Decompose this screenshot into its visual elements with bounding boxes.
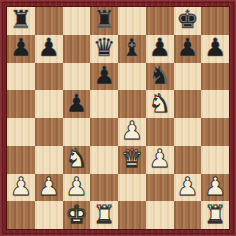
square-d3[interactable]: [90, 146, 118, 174]
square-d1[interactable]: ♜: [90, 201, 118, 229]
piece-black-pawn[interactable]: ♟: [148, 35, 170, 61]
piece-black-king[interactable]: ♚: [176, 7, 198, 33]
square-h2[interactable]: ♟: [201, 174, 229, 202]
piece-white-pawn[interactable]: ♟: [121, 118, 143, 144]
square-b8[interactable]: [35, 7, 63, 35]
square-c5[interactable]: ♟: [63, 90, 91, 118]
piece-black-pawn[interactable]: ♟: [37, 35, 59, 61]
square-d4[interactable]: [90, 118, 118, 146]
piece-black-pawn[interactable]: ♟: [10, 35, 32, 61]
square-e5[interactable]: [118, 90, 146, 118]
square-d2[interactable]: [90, 174, 118, 202]
piece-white-rook[interactable]: ♜: [204, 201, 226, 227]
square-a8[interactable]: ♜: [7, 7, 35, 35]
piece-black-knight[interactable]: ♞: [148, 63, 170, 89]
square-h5[interactable]: [201, 90, 229, 118]
chess-board: ♜♜♚♟♟♛♝♟♟♟♟♞♟♞♟♞♛♟♟♟♟♟♟♚♜♜: [7, 7, 229, 229]
square-e7[interactable]: ♝: [118, 35, 146, 63]
piece-white-pawn[interactable]: ♟: [37, 174, 59, 200]
board-frame: ♜♜♚♟♟♛♝♟♟♟♟♞♟♞♟♞♛♟♟♟♟♟♟♚♜♜: [0, 0, 236, 236]
square-g8[interactable]: ♚: [174, 7, 202, 35]
square-c1[interactable]: ♚: [63, 201, 91, 229]
piece-black-queen[interactable]: ♛: [93, 35, 115, 61]
square-b2[interactable]: ♟: [35, 174, 63, 202]
piece-black-bishop[interactable]: ♝: [121, 35, 143, 61]
square-e3[interactable]: ♛: [118, 146, 146, 174]
square-a3[interactable]: [7, 146, 35, 174]
square-c6[interactable]: [63, 63, 91, 91]
piece-black-pawn[interactable]: ♟: [65, 90, 87, 116]
square-a2[interactable]: ♟: [7, 174, 35, 202]
square-h1[interactable]: ♜: [201, 201, 229, 229]
piece-white-queen[interactable]: ♛: [121, 146, 143, 172]
piece-black-rook[interactable]: ♜: [93, 7, 115, 33]
square-e4[interactable]: ♟: [118, 118, 146, 146]
square-g6[interactable]: [174, 63, 202, 91]
square-g5[interactable]: [174, 90, 202, 118]
piece-white-pawn[interactable]: ♟: [65, 174, 87, 200]
piece-white-knight[interactable]: ♞: [65, 146, 87, 172]
piece-white-knight[interactable]: ♞: [148, 90, 170, 116]
square-b7[interactable]: ♟: [35, 35, 63, 63]
square-g1[interactable]: [174, 201, 202, 229]
square-a5[interactable]: [7, 90, 35, 118]
square-f3[interactable]: ♟: [146, 146, 174, 174]
piece-white-rook[interactable]: ♜: [93, 201, 115, 227]
square-f2[interactable]: [146, 174, 174, 202]
square-g4[interactable]: [174, 118, 202, 146]
square-g7[interactable]: ♟: [174, 35, 202, 63]
piece-black-pawn[interactable]: ♟: [204, 35, 226, 61]
square-h3[interactable]: [201, 146, 229, 174]
piece-black-pawn[interactable]: ♟: [176, 35, 198, 61]
piece-black-pawn[interactable]: ♟: [93, 63, 115, 89]
piece-white-pawn[interactable]: ♟: [10, 174, 32, 200]
square-e6[interactable]: [118, 63, 146, 91]
piece-black-rook[interactable]: ♜: [10, 7, 32, 33]
square-c8[interactable]: [63, 7, 91, 35]
square-f1[interactable]: [146, 201, 174, 229]
square-c3[interactable]: ♞: [63, 146, 91, 174]
square-d7[interactable]: ♛: [90, 35, 118, 63]
piece-white-pawn[interactable]: ♟: [148, 146, 170, 172]
square-e1[interactable]: [118, 201, 146, 229]
piece-white-king[interactable]: ♚: [65, 201, 87, 227]
square-c4[interactable]: [63, 118, 91, 146]
square-b6[interactable]: [35, 63, 63, 91]
square-d8[interactable]: ♜: [90, 7, 118, 35]
square-h8[interactable]: [201, 7, 229, 35]
piece-white-pawn[interactable]: ♟: [204, 174, 226, 200]
square-a1[interactable]: [7, 201, 35, 229]
square-b1[interactable]: [35, 201, 63, 229]
piece-white-pawn[interactable]: ♟: [176, 174, 198, 200]
square-f4[interactable]: [146, 118, 174, 146]
square-e2[interactable]: [118, 174, 146, 202]
square-h6[interactable]: [201, 63, 229, 91]
square-c7[interactable]: [63, 35, 91, 63]
square-h7[interactable]: ♟: [201, 35, 229, 63]
square-b4[interactable]: [35, 118, 63, 146]
square-b5[interactable]: [35, 90, 63, 118]
square-f8[interactable]: [146, 7, 174, 35]
square-f5[interactable]: ♞: [146, 90, 174, 118]
square-f7[interactable]: ♟: [146, 35, 174, 63]
square-a6[interactable]: [7, 63, 35, 91]
square-g2[interactable]: ♟: [174, 174, 202, 202]
square-a7[interactable]: ♟: [7, 35, 35, 63]
square-f6[interactable]: ♞: [146, 63, 174, 91]
square-a4[interactable]: [7, 118, 35, 146]
square-e8[interactable]: [118, 7, 146, 35]
square-d5[interactable]: [90, 90, 118, 118]
square-d6[interactable]: ♟: [90, 63, 118, 91]
square-b3[interactable]: [35, 146, 63, 174]
square-c2[interactable]: ♟: [63, 174, 91, 202]
square-h4[interactable]: [201, 118, 229, 146]
square-g3[interactable]: [174, 146, 202, 174]
